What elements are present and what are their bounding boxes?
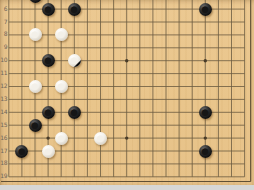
white-stone-6-10: ●	[68, 54, 81, 67]
white-stone-3-8: ●	[29, 28, 42, 41]
black-stone-glyph: ●	[44, 5, 52, 14]
row-label-7: 7	[0, 19, 7, 25]
black-stone-glyph: ●	[201, 5, 209, 14]
black-stone-glyph: ●	[201, 147, 209, 156]
row-label-8: 8	[0, 31, 7, 37]
black-stone-16-14: ●	[199, 106, 212, 119]
star-point	[125, 59, 128, 62]
row-label-14: 14	[0, 109, 7, 115]
window-background-strip	[0, 185, 254, 190]
star-point	[125, 136, 128, 139]
black-stone-glyph: ●	[44, 56, 52, 65]
white-stone-glyph: ●	[31, 82, 39, 91]
black-stone-6-14: ●	[68, 106, 81, 119]
black-stone-2-17: ●	[15, 145, 28, 158]
row-label-17: 17	[0, 148, 7, 154]
white-stone-3-12: ●	[29, 80, 42, 93]
row-label-13: 13	[0, 96, 7, 102]
black-stone-glyph: ●	[18, 147, 26, 156]
row-label-12: 12	[0, 83, 7, 89]
black-stone-6-6: ●	[68, 3, 81, 16]
row-label-6: 6	[0, 6, 7, 12]
white-stone-glyph: ●	[44, 147, 52, 156]
black-stone-16-6: ●	[199, 3, 212, 16]
white-stone-5-16: ●	[55, 132, 68, 145]
black-stone-glyph: ●	[201, 108, 209, 117]
row-label-9: 9	[0, 44, 7, 50]
black-stone-glyph: ●	[31, 121, 39, 130]
star-point	[204, 59, 207, 62]
black-stone-glyph: ●	[44, 108, 52, 117]
black-stone-3-15: ●	[29, 119, 42, 132]
black-stone-4-10: ●	[42, 54, 55, 67]
white-stone-glyph: ●	[31, 30, 39, 39]
row-label-10: 10	[0, 57, 7, 63]
white-stone-glyph: ●	[57, 134, 65, 143]
row-label-11: 11	[0, 70, 7, 76]
star-point	[46, 136, 49, 139]
star-point	[204, 136, 207, 139]
white-stone-glyph: ●	[57, 82, 65, 91]
black-stone-4-14: ●	[42, 106, 55, 119]
screenshot-root: 678910111213141516171819 ●●●●●●●●●●●●●●●…	[0, 0, 254, 190]
black-stone-glyph: ●	[70, 108, 78, 117]
white-stone-4-17: ●	[42, 145, 55, 158]
black-stone-16-17: ●	[199, 145, 212, 158]
row-label-15: 15	[0, 122, 7, 128]
black-stone-glyph: ●	[70, 5, 78, 14]
white-stone-8-16: ●	[94, 132, 107, 145]
white-stone-glyph: ●	[97, 134, 105, 143]
go-board[interactable]: 678910111213141516171819 ●●●●●●●●●●●●●●●…	[0, 0, 254, 185]
black-stone-glyph: ●	[31, 0, 39, 1]
white-stone-5-12: ●	[55, 80, 68, 93]
row-label-19: 19	[0, 173, 7, 179]
white-stone-glyph: ●	[57, 30, 65, 39]
row-label-16: 16	[0, 135, 7, 141]
row-label-18: 18	[0, 160, 7, 166]
black-stone-4-6: ●	[42, 3, 55, 16]
